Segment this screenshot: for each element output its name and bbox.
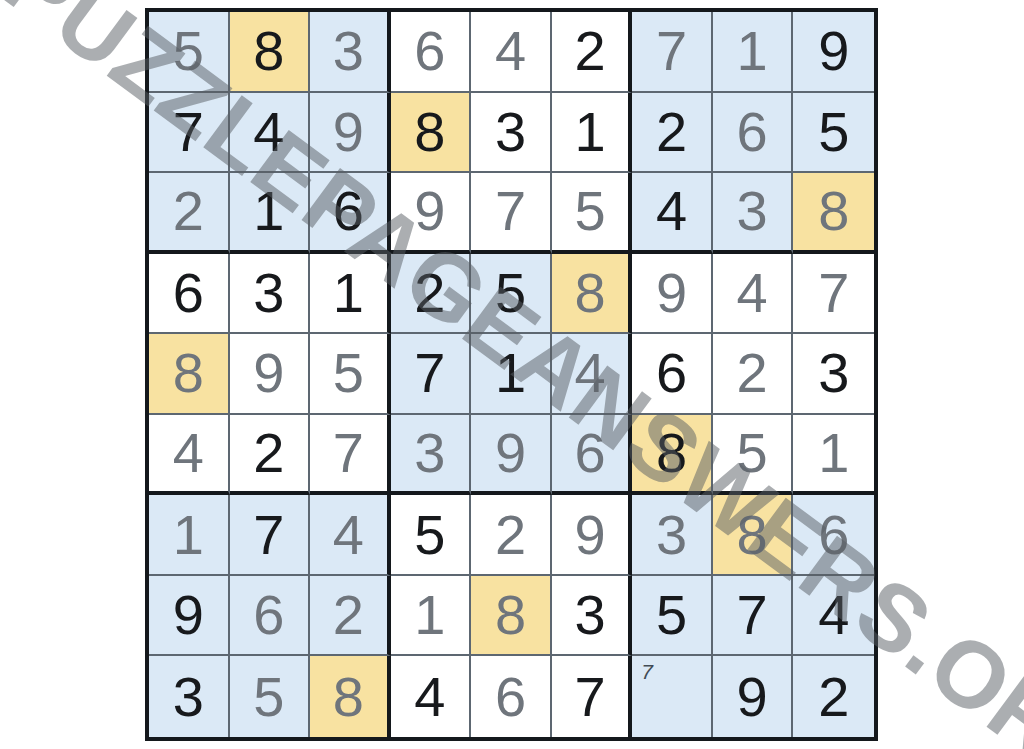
cell-digit: 3 <box>656 507 687 563</box>
cell-digit: 8 <box>495 587 526 643</box>
cell-r5c4[interactable]: 7 <box>391 334 472 415</box>
cell-digit: 5 <box>737 425 768 481</box>
cell-digit: 6 <box>333 183 364 239</box>
cell-r6c9[interactable]: 1 <box>793 415 874 496</box>
cell-digit: 5 <box>656 587 687 643</box>
cell-digit: 2 <box>656 104 687 160</box>
cell-digit: 9 <box>495 425 526 481</box>
cell-r9c4[interactable]: 4 <box>391 656 472 737</box>
cell-r3c1[interactable]: 2 <box>149 173 230 254</box>
cell-digit: 5 <box>495 265 526 321</box>
cell-digit: 1 <box>333 265 364 321</box>
cell-r2c6[interactable]: 1 <box>552 93 633 174</box>
cell-r6c1[interactable]: 4 <box>149 415 230 496</box>
cell-digit: 7 <box>818 265 849 321</box>
cell-digit: 3 <box>574 587 605 643</box>
cell-r8c7[interactable]: 5 <box>632 576 713 657</box>
cell-digit: 7 <box>495 183 526 239</box>
cell-r9c2[interactable]: 5 <box>230 656 311 737</box>
cell-r8c6[interactable]: 3 <box>552 576 633 657</box>
cell-digit: 8 <box>818 183 849 239</box>
cell-r8c5[interactable]: 8 <box>471 576 552 657</box>
cell-r5c3[interactable]: 5 <box>310 334 391 415</box>
cell-digit: 6 <box>414 23 445 79</box>
cell-r8c1[interactable]: 9 <box>149 576 230 657</box>
cell-r9c3[interactable]: 8 <box>310 656 391 737</box>
cell-r3c8[interactable]: 3 <box>713 173 794 254</box>
cell-r2c7[interactable]: 2 <box>632 93 713 174</box>
cell-r7c2[interactable]: 7 <box>230 495 311 576</box>
cell-digit: 8 <box>414 104 445 160</box>
cell-digit: 1 <box>574 104 605 160</box>
cell-r7c9[interactable]: 6 <box>793 495 874 576</box>
cell-r4c5[interactable]: 5 <box>471 254 552 335</box>
cell-r2c1[interactable]: 7 <box>149 93 230 174</box>
cell-r4c8[interactable]: 4 <box>713 254 794 335</box>
cell-r1c3[interactable]: 3 <box>310 12 391 93</box>
cell-digit: 9 <box>333 104 364 160</box>
cell-digit: 9 <box>737 669 768 725</box>
cell-r1c7[interactable]: 7 <box>632 12 713 93</box>
cell-r6c2[interactable]: 2 <box>230 415 311 496</box>
cell-r9c9[interactable]: 2 <box>793 656 874 737</box>
cell-digit: 3 <box>495 104 526 160</box>
cell-digit: 6 <box>656 345 687 401</box>
cell-digit: 7 <box>414 345 445 401</box>
cell-r5c9[interactable]: 3 <box>793 334 874 415</box>
cell-digit: 8 <box>574 265 605 321</box>
cell-digit: 8 <box>737 507 768 563</box>
cell-r7c6[interactable]: 9 <box>552 495 633 576</box>
cell-digit: 5 <box>818 104 849 160</box>
cell-digit: 6 <box>173 265 204 321</box>
cell-digit: 6 <box>818 507 849 563</box>
cell-digit: 8 <box>253 23 284 79</box>
cell-r5c5[interactable]: 1 <box>471 334 552 415</box>
cell-r2c2[interactable]: 4 <box>230 93 311 174</box>
cell-r5c6[interactable]: 4 <box>552 334 633 415</box>
cell-r8c8[interactable]: 7 <box>713 576 794 657</box>
pencil-mark: 7 <box>641 661 653 682</box>
cell-digit: 4 <box>333 507 364 563</box>
cell-r4c6[interactable]: 8 <box>552 254 633 335</box>
cell-r7c5[interactable]: 2 <box>471 495 552 576</box>
cell-digit: 1 <box>414 587 445 643</box>
cell-digit: 4 <box>818 587 849 643</box>
cell-digit: 3 <box>333 23 364 79</box>
cell-digit: 4 <box>495 23 526 79</box>
cell-r2c3[interactable]: 9 <box>310 93 391 174</box>
cell-digit: 7 <box>574 669 605 725</box>
cell-r4c1[interactable]: 6 <box>149 254 230 335</box>
cell-digit: 8 <box>173 345 204 401</box>
cell-r9c7[interactable]: 7 <box>632 656 713 737</box>
cell-r1c8[interactable]: 1 <box>713 12 794 93</box>
cell-digit: 1 <box>495 345 526 401</box>
cell-digit: 3 <box>173 669 204 725</box>
cell-r3c5[interactable]: 7 <box>471 173 552 254</box>
cell-r2c4[interactable]: 8 <box>391 93 472 174</box>
cell-digit: 2 <box>737 345 768 401</box>
cell-digit: 2 <box>333 587 364 643</box>
cell-r8c4[interactable]: 1 <box>391 576 472 657</box>
cell-r5c8[interactable]: 2 <box>713 334 794 415</box>
cell-r7c3[interactable]: 4 <box>310 495 391 576</box>
cell-digit: 9 <box>818 23 849 79</box>
cell-digit: 6 <box>737 104 768 160</box>
cell-r3c7[interactable]: 4 <box>632 173 713 254</box>
cell-r9c6[interactable]: 7 <box>552 656 633 737</box>
cell-r7c7[interactable]: 3 <box>632 495 713 576</box>
cell-digit: 4 <box>656 183 687 239</box>
cell-r8c3[interactable]: 2 <box>310 576 391 657</box>
cell-digit: 4 <box>253 104 284 160</box>
cell-digit: 9 <box>253 345 284 401</box>
cell-r9c1[interactable]: 3 <box>149 656 230 737</box>
cell-r4c3[interactable]: 1 <box>310 254 391 335</box>
cell-r7c8[interactable]: 8 <box>713 495 794 576</box>
cell-digit: 2 <box>414 265 445 321</box>
cell-r5c7[interactable]: 6 <box>632 334 713 415</box>
cell-digit: 5 <box>574 183 605 239</box>
cell-r3c9[interactable]: 8 <box>793 173 874 254</box>
cell-r5c2[interactable]: 9 <box>230 334 311 415</box>
cell-digit: 3 <box>818 345 849 401</box>
cell-r1c5[interactable]: 4 <box>471 12 552 93</box>
cell-digit: 5 <box>414 507 445 563</box>
cell-r6c4[interactable]: 3 <box>391 415 472 496</box>
cell-digit: 1 <box>173 507 204 563</box>
cell-digit: 4 <box>574 345 605 401</box>
cell-digit: 1 <box>737 23 768 79</box>
cell-digit: 7 <box>737 587 768 643</box>
cell-r8c9[interactable]: 4 <box>793 576 874 657</box>
cell-digit: 5 <box>173 23 204 79</box>
cell-digit: 2 <box>574 23 605 79</box>
cell-digit: 4 <box>173 425 204 481</box>
cell-digit: 9 <box>173 587 204 643</box>
cell-digit: 2 <box>173 183 204 239</box>
cell-r6c3[interactable]: 7 <box>310 415 391 496</box>
cell-r7c1[interactable]: 1 <box>149 495 230 576</box>
cell-r3c6[interactable]: 5 <box>552 173 633 254</box>
cell-digit: 3 <box>253 265 284 321</box>
cell-digit: 7 <box>333 425 364 481</box>
cell-digit: 2 <box>495 507 526 563</box>
cell-r6c7[interactable]: 8 <box>632 415 713 496</box>
cell-r4c7[interactable]: 9 <box>632 254 713 335</box>
cell-r4c2[interactable]: 3 <box>230 254 311 335</box>
cell-r1c6[interactable]: 2 <box>552 12 633 93</box>
cell-digit: 3 <box>737 183 768 239</box>
cell-digit: 9 <box>414 183 445 239</box>
cell-r1c2[interactable]: 8 <box>230 12 311 93</box>
cell-digit: 9 <box>656 265 687 321</box>
cell-r2c5[interactable]: 3 <box>471 93 552 174</box>
cell-digit: 2 <box>818 669 849 725</box>
cell-r1c1[interactable]: 5 <box>149 12 230 93</box>
cell-digit: 3 <box>414 425 445 481</box>
sudoku-board: 5836427197498312652169754386312589478957… <box>145 8 878 741</box>
cell-digit: 5 <box>333 345 364 401</box>
cell-r4c4[interactable]: 2 <box>391 254 472 335</box>
cell-digit: 5 <box>253 669 284 725</box>
cell-r1c4[interactable]: 6 <box>391 12 472 93</box>
cell-digit: 1 <box>818 425 849 481</box>
cell-digit: 9 <box>574 507 605 563</box>
cell-digit: 2 <box>253 425 284 481</box>
cell-r8c2[interactable]: 6 <box>230 576 311 657</box>
cell-digit: 7 <box>173 104 204 160</box>
cell-r9c5[interactable]: 6 <box>471 656 552 737</box>
cell-digit: 7 <box>253 507 284 563</box>
cell-r6c8[interactable]: 5 <box>713 415 794 496</box>
cell-digit: 4 <box>414 669 445 725</box>
cell-digit: 6 <box>574 425 605 481</box>
cell-r3c4[interactable]: 9 <box>391 173 472 254</box>
cell-r1c9[interactable]: 9 <box>793 12 874 93</box>
cell-digit: 1 <box>253 183 284 239</box>
cell-r9c8[interactable]: 9 <box>713 656 794 737</box>
cell-digit: 8 <box>333 669 364 725</box>
cell-digit: 8 <box>656 425 687 481</box>
cell-digit: 4 <box>737 265 768 321</box>
cell-digit: 6 <box>253 587 284 643</box>
cell-r5c1[interactable]: 8 <box>149 334 230 415</box>
cell-r7c4[interactable]: 5 <box>391 495 472 576</box>
cell-r2c8[interactable]: 6 <box>713 93 794 174</box>
cell-r2c9[interactable]: 5 <box>793 93 874 174</box>
cell-r3c3[interactable]: 6 <box>310 173 391 254</box>
cell-digit: 6 <box>495 669 526 725</box>
cell-r3c2[interactable]: 1 <box>230 173 311 254</box>
cell-digit: 7 <box>656 23 687 79</box>
cell-r6c5[interactable]: 9 <box>471 415 552 496</box>
cell-r4c9[interactable]: 7 <box>793 254 874 335</box>
cell-r6c6[interactable]: 6 <box>552 415 633 496</box>
